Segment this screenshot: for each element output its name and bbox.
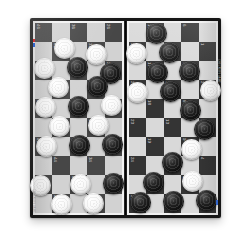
square-39[interactable]: 39: [70, 137, 87, 156]
square-17[interactable]: 17: [146, 61, 163, 80]
light-square: [129, 23, 146, 42]
black-piece[interactable]: [103, 173, 124, 194]
brand-logo-blue-mark-bottom: [216, 200, 218, 205]
square-49[interactable]: 49: [35, 137, 52, 156]
square-3[interactable]: 3: [199, 118, 216, 137]
square-46[interactable]: 46: [35, 23, 52, 42]
square-14[interactable]: 14: [164, 156, 181, 175]
black-piece[interactable]: [159, 42, 180, 63]
square-number: 23: [130, 119, 134, 124]
border-brand-text-right: CHECKERS GAME: [218, 59, 221, 83]
square-number: 1: [200, 43, 204, 45]
square-38[interactable]: 38: [70, 99, 87, 118]
square-23[interactable]: 23: [129, 118, 146, 137]
square-12[interactable]: 12: [164, 80, 181, 99]
black-piece[interactable]: [143, 172, 164, 193]
light-square: [199, 23, 216, 42]
square-1[interactable]: 1: [199, 42, 216, 61]
square-21[interactable]: 21: [129, 42, 146, 61]
square-44[interactable]: 44: [52, 156, 69, 175]
square-20[interactable]: 20: [146, 175, 163, 194]
white-piece[interactable]: [54, 38, 75, 59]
square-50[interactable]: 50: [35, 175, 52, 194]
light-square: [105, 194, 122, 213]
square-10[interactable]: 10: [181, 175, 198, 194]
square-number: 4: [200, 157, 204, 159]
square-number: 34: [88, 157, 92, 162]
square-number: 36: [71, 24, 75, 29]
square-number: 24: [130, 157, 134, 162]
light-square: [199, 99, 216, 118]
square-26[interactable]: 26: [105, 23, 122, 42]
light-square: [87, 23, 104, 42]
black-piece[interactable]: [67, 57, 88, 78]
black-piece[interactable]: [194, 119, 215, 140]
square-number: 44: [53, 157, 57, 162]
square-42[interactable]: 42: [52, 80, 69, 99]
black-piece[interactable]: [179, 61, 200, 82]
square-35[interactable]: 35: [87, 194, 104, 213]
light-square: [35, 156, 52, 175]
white-piece[interactable]: [49, 116, 70, 137]
light-square: [52, 175, 69, 194]
square-number: 6: [182, 24, 186, 26]
square-number: 18: [147, 100, 151, 105]
left-half-grid: 4636264131473727423248382843334939294434…: [35, 23, 122, 213]
white-piece[interactable]: [51, 194, 72, 215]
black-piece[interactable]: [196, 190, 217, 211]
light-square: [105, 42, 122, 61]
square-28[interactable]: 28: [105, 99, 122, 118]
square-number: 46: [36, 24, 40, 29]
square-number: 13: [165, 119, 169, 124]
square-25[interactable]: 25: [129, 194, 146, 213]
square-47[interactable]: 47: [35, 61, 52, 80]
brand-logo-red-mark: [33, 39, 35, 42]
white-piece[interactable]: [48, 77, 69, 98]
square-33[interactable]: 33: [87, 118, 104, 137]
light-square: [181, 42, 198, 61]
black-piece[interactable]: [147, 62, 168, 83]
square-5[interactable]: 5: [199, 194, 216, 213]
square-18[interactable]: 18: [146, 99, 163, 118]
white-piece[interactable]: [200, 80, 221, 101]
square-34[interactable]: 34: [87, 156, 104, 175]
light-square: [129, 137, 146, 156]
photo-of-folding-checkers-board: 4636264131473727423248382843334939294434…: [0, 0, 250, 250]
square-9[interactable]: 9: [181, 137, 198, 156]
square-48[interactable]: 48: [35, 99, 52, 118]
square-37[interactable]: 37: [70, 61, 87, 80]
square-29[interactable]: 29: [105, 137, 122, 156]
square-43[interactable]: 43: [52, 118, 69, 137]
square-8[interactable]: 8: [181, 99, 198, 118]
square-15[interactable]: 15: [164, 194, 181, 213]
square-24[interactable]: 24: [129, 156, 146, 175]
black-piece[interactable]: [68, 96, 89, 117]
board-right-half: 1662111117722122188231331992414420102515…: [127, 21, 218, 215]
black-piece[interactable]: [163, 191, 184, 212]
square-number: 19: [147, 138, 151, 143]
white-piece[interactable]: [70, 174, 91, 195]
white-piece[interactable]: [101, 95, 122, 116]
square-36[interactable]: 36: [70, 23, 87, 42]
light-square: [164, 99, 181, 118]
light-square: [70, 156, 87, 175]
brand-logo-blue-mark: [33, 43, 35, 47]
black-piece[interactable]: [69, 135, 90, 156]
board-frame: 4636264131473727423248382843334939294434…: [30, 18, 221, 218]
square-45[interactable]: 45: [52, 194, 69, 213]
square-16[interactable]: 16: [146, 23, 163, 42]
square-22[interactable]: 22: [129, 80, 146, 99]
square-30[interactable]: 30: [105, 175, 122, 194]
board-left-half: 4636264131473727423248382843334939294434…: [33, 21, 124, 215]
square-7[interactable]: 7: [181, 61, 198, 80]
square-27[interactable]: 27: [105, 61, 122, 80]
square-31[interactable]: 31: [87, 42, 104, 61]
black-piece[interactable]: [146, 23, 167, 44]
black-piece[interactable]: [102, 134, 123, 155]
square-number: 26: [106, 24, 110, 29]
square-19[interactable]: 19: [146, 137, 163, 156]
light-square: [199, 61, 216, 80]
square-11[interactable]: 11: [164, 42, 181, 61]
right-half-grid: 1662111117722122188231331992414420102515…: [129, 23, 216, 213]
square-41[interactable]: 41: [52, 42, 69, 61]
square-6[interactable]: 6: [181, 23, 198, 42]
white-piece[interactable]: [83, 193, 104, 214]
square-4[interactable]: 4: [199, 156, 216, 175]
square-40[interactable]: 40: [70, 175, 87, 194]
black-piece[interactable]: [162, 152, 183, 173]
light-square: [146, 118, 163, 137]
light-square: [35, 194, 52, 213]
black-piece[interactable]: [160, 81, 181, 102]
square-2[interactable]: 2: [199, 80, 216, 99]
light-square: [181, 80, 198, 99]
square-13[interactable]: 13: [164, 118, 181, 137]
square-32[interactable]: 32: [87, 80, 104, 99]
border-brand-text-left: CHECKERS GAME: [33, 189, 36, 213]
